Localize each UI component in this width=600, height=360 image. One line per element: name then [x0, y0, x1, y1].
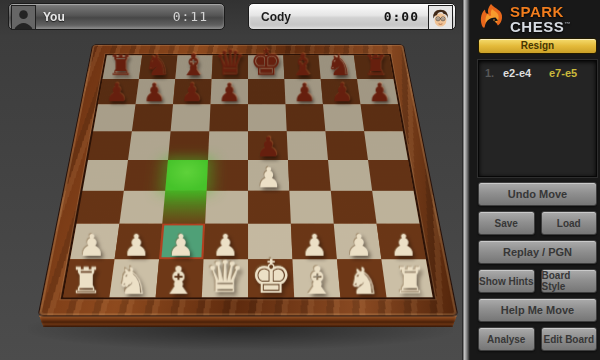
square-f8[interactable]: ♝: [283, 55, 320, 79]
square-h8[interactable]: ♜: [354, 55, 394, 79]
player-bar-opponent: Cody 0:00: [248, 3, 456, 30]
black-move: e7-e5: [549, 66, 577, 81]
square-d8[interactable]: ♛: [212, 55, 248, 79]
square-d6[interactable]: [209, 104, 248, 131]
board-scene: ♜♞♝♛♚♝♞♜♟♟♟♟♟♟♟♟♟♟♟♟♟♟♟♟♜♞♝♛♚♝♞♜: [0, 0, 462, 360]
analyse-button[interactable]: Analyse: [478, 327, 535, 351]
help-me-move-button[interactable]: Help Me Move: [478, 298, 597, 322]
square-a3[interactable]: [77, 191, 124, 224]
square-g5[interactable]: [325, 131, 368, 160]
player-bar-you: You 0:11: [8, 3, 225, 30]
piece-white-pawn[interactable]: ♟: [159, 231, 204, 261]
resign-button[interactable]: Resign: [478, 38, 597, 54]
piece-white-king[interactable]: ♚: [248, 253, 294, 299]
square-c8[interactable]: ♝: [175, 55, 212, 79]
square-a8[interactable]: ♜: [103, 55, 143, 79]
square-b6[interactable]: [132, 104, 173, 131]
piece-white-pawn[interactable]: ♟: [293, 231, 338, 261]
square-g1[interactable]: ♞: [337, 259, 387, 297]
square-f5[interactable]: [287, 131, 328, 160]
brand-text: SPARK CHESS™: [510, 5, 571, 33]
piece-white-pawn[interactable]: ♟: [337, 231, 382, 261]
square-g6[interactable]: [323, 104, 364, 131]
square-d5[interactable]: [208, 131, 248, 160]
square-g8[interactable]: ♞: [319, 55, 357, 79]
piece-black-pawn[interactable]: ♟: [173, 80, 211, 105]
piece-black-pawn[interactable]: ♟: [286, 80, 324, 105]
square-b3[interactable]: [119, 191, 165, 224]
square-b7[interactable]: ♟: [136, 79, 176, 104]
opponent-avatar: [428, 5, 453, 30]
piece-black-king[interactable]: ♚: [248, 44, 284, 80]
square-b5[interactable]: [128, 131, 171, 160]
piece-black-bishop[interactable]: ♝: [284, 50, 320, 80]
replay-pgn-button[interactable]: Replay / PGN: [478, 240, 597, 264]
square-h2[interactable]: ♟: [377, 224, 426, 259]
you-avatar: [11, 5, 36, 30]
square-e8[interactable]: ♚: [248, 55, 284, 79]
flaming-knight-icon: [475, 3, 507, 35]
cartoon-face-icon: [429, 6, 452, 29]
sidebar: SPARK CHESS™ Resign 1. e2-e4 e7-e5 Undo …: [462, 0, 600, 360]
square-h1[interactable]: ♜: [381, 259, 432, 297]
opponent-name: Cody: [261, 10, 291, 24]
undo-move-button[interactable]: Undo Move: [478, 182, 597, 206]
piece-white-bishop[interactable]: ♝: [294, 261, 340, 299]
piece-white-knight[interactable]: ♞: [109, 262, 155, 299]
piece-black-pawn[interactable]: ♟: [248, 134, 288, 161]
brand-word-spark: SPARK: [510, 5, 571, 18]
chess-board[interactable]: ♜♞♝♛♚♝♞♜♟♟♟♟♟♟♟♟♟♟♟♟♟♟♟♟♜♞♝♛♚♝♞♜: [39, 45, 457, 316]
square-d7[interactable]: ♟: [211, 79, 248, 104]
piece-white-pawn[interactable]: ♟: [382, 231, 427, 261]
square-f7[interactable]: ♟: [284, 79, 323, 104]
square-e4[interactable]: ♟: [248, 160, 289, 191]
opponent-clock: 0:00: [384, 10, 419, 24]
square-d4[interactable]: [207, 160, 248, 191]
square-a6[interactable]: [93, 104, 135, 131]
square-d1[interactable]: ♛: [202, 259, 248, 297]
piece-black-knight[interactable]: ♞: [321, 51, 357, 80]
piece-black-pawn[interactable]: ♟: [361, 80, 399, 105]
square-f1[interactable]: ♝: [292, 259, 340, 297]
piece-black-bishop[interactable]: ♝: [175, 50, 211, 80]
board-front-edge: [39, 315, 457, 327]
square-a1[interactable]: ♜: [63, 259, 114, 297]
square-e7[interactable]: [248, 79, 285, 104]
square-g3[interactable]: [331, 191, 377, 224]
piece-black-rook[interactable]: ♜: [357, 52, 393, 80]
square-d3[interactable]: [205, 191, 248, 224]
square-c1[interactable]: ♝: [156, 259, 204, 297]
load-button[interactable]: Load: [541, 211, 598, 235]
trademark-symbol: ™: [564, 21, 571, 27]
square-c4[interactable]: [165, 160, 208, 191]
person-silhouette-icon: [12, 6, 35, 29]
square-c6[interactable]: [171, 104, 211, 131]
brand-word-chess: CHESS™: [510, 18, 571, 33]
piece-black-pawn[interactable]: ♟: [98, 80, 136, 105]
you-name: You: [43, 10, 65, 24]
square-h3[interactable]: [372, 191, 419, 224]
square-c7[interactable]: ♟: [173, 79, 212, 104]
square-a4[interactable]: [82, 160, 128, 191]
square-e3[interactable]: [248, 191, 291, 224]
square-f2[interactable]: ♟: [291, 224, 337, 259]
board-squares[interactable]: ♜♞♝♛♚♝♞♜♟♟♟♟♟♟♟♟♟♟♟♟♟♟♟♟♜♞♝♛♚♝♞♜: [63, 55, 432, 297]
move-list-row: 1. e2-e4 e7-e5: [485, 66, 590, 81]
piece-black-pawn[interactable]: ♟: [323, 80, 361, 105]
sidebar-divider: [462, 0, 470, 360]
piece-black-knight[interactable]: ♞: [139, 51, 175, 80]
square-b8[interactable]: ♞: [139, 55, 177, 79]
square-b4[interactable]: [124, 160, 168, 191]
square-h5[interactable]: [364, 131, 408, 160]
piece-black-pawn[interactable]: ♟: [135, 80, 173, 105]
square-b1[interactable]: ♞: [109, 259, 159, 297]
square-a2[interactable]: ♟: [70, 224, 119, 259]
square-c2[interactable]: ♟: [159, 224, 205, 259]
piece-white-bishop[interactable]: ♝: [155, 261, 201, 299]
square-h7[interactable]: ♟: [357, 79, 398, 104]
square-a5[interactable]: [88, 131, 132, 160]
square-a7[interactable]: ♟: [98, 79, 139, 104]
square-e1[interactable]: ♚: [248, 259, 294, 297]
piece-black-queen[interactable]: ♛: [212, 46, 248, 81]
edit-board-button[interactable]: Edit Board: [541, 327, 598, 351]
square-g4[interactable]: [328, 160, 372, 191]
square-h4[interactable]: [368, 160, 414, 191]
sparkchess-logo: SPARK CHESS™: [475, 2, 571, 36]
square-g7[interactable]: ♟: [321, 79, 361, 104]
piece-white-rook[interactable]: ♜: [63, 263, 109, 299]
square-f3[interactable]: [289, 191, 333, 224]
show-hints-button[interactable]: Show Hints: [478, 269, 535, 293]
square-h6[interactable]: [360, 104, 402, 131]
square-f6[interactable]: [285, 104, 325, 131]
piece-white-rook[interactable]: ♜: [387, 263, 433, 299]
white-move: e2-e4: [503, 66, 549, 81]
square-f4[interactable]: [288, 160, 331, 191]
move-list-panel[interactable]: 1. e2-e4 e7-e5: [478, 60, 597, 177]
sidebar-buttons: Undo Move Save Load Replay / PGN Show Hi…: [478, 182, 597, 351]
main-area: ♜♞♝♛♚♝♞♜♟♟♟♟♟♟♟♟♟♟♟♟♟♟♟♟♜♞♝♛♚♝♞♜ You 0:1…: [0, 0, 462, 360]
piece-white-pawn[interactable]: ♟: [248, 164, 289, 192]
square-e5[interactable]: ♟: [248, 131, 288, 160]
board-style-button[interactable]: Board Style: [541, 269, 598, 293]
square-e6[interactable]: [248, 104, 287, 131]
save-button[interactable]: Save: [478, 211, 535, 235]
piece-black-rook[interactable]: ♜: [102, 52, 138, 80]
square-c5[interactable]: [168, 131, 209, 160]
piece-white-queen[interactable]: ♛: [202, 255, 248, 299]
piece-white-pawn[interactable]: ♟: [70, 231, 115, 261]
you-clock: 0:11: [173, 10, 208, 24]
square-b2[interactable]: ♟: [115, 224, 163, 259]
move-number: 1.: [485, 66, 503, 81]
square-g2[interactable]: ♟: [334, 224, 382, 259]
piece-white-knight[interactable]: ♞: [341, 262, 387, 299]
piece-black-pawn[interactable]: ♟: [210, 80, 248, 105]
piece-white-pawn[interactable]: ♟: [114, 231, 159, 261]
square-c3[interactable]: [162, 191, 206, 224]
